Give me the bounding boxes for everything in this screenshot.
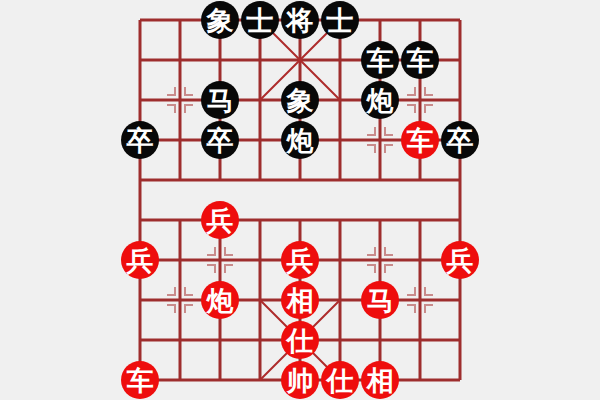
black-horse[interactable]: 马 [201, 81, 239, 119]
black-general[interactable]: 将 [281, 1, 319, 39]
red-advisor[interactable]: 仕 [281, 321, 319, 359]
red-cannon[interactable]: 炮 [201, 281, 239, 319]
red-advisor[interactable]: 仕 [321, 361, 359, 399]
black-chariot[interactable]: 车 [361, 41, 399, 79]
red-pawn[interactable]: 兵 [201, 201, 239, 239]
red-chariot[interactable]: 车 [401, 121, 439, 159]
red-horse[interactable]: 马 [361, 281, 399, 319]
red-elephant[interactable]: 相 [281, 281, 319, 319]
red-elephant[interactable]: 相 [361, 361, 399, 399]
black-pawn[interactable]: 卒 [121, 121, 159, 159]
red-chariot[interactable]: 车 [121, 361, 159, 399]
black-cannon[interactable]: 炮 [361, 81, 399, 119]
piece-layer: 象士将士车车马象炮卒卒炮车卒兵兵兵兵炮相马仕车帅仕相 [120, 0, 480, 400]
red-general[interactable]: 帅 [281, 361, 319, 399]
black-elephant[interactable]: 象 [281, 81, 319, 119]
black-chariot[interactable]: 车 [401, 41, 439, 79]
black-pawn[interactable]: 卒 [441, 121, 479, 159]
black-advisor[interactable]: 士 [321, 1, 359, 39]
red-pawn[interactable]: 兵 [121, 241, 159, 279]
red-pawn[interactable]: 兵 [281, 241, 319, 279]
xiangqi-board: 象士将士车车马象炮卒卒炮车卒兵兵兵兵炮相马仕车帅仕相 [0, 0, 600, 400]
black-pawn[interactable]: 卒 [201, 121, 239, 159]
black-elephant[interactable]: 象 [201, 1, 239, 39]
red-pawn[interactable]: 兵 [441, 241, 479, 279]
black-cannon[interactable]: 炮 [281, 121, 319, 159]
black-advisor[interactable]: 士 [241, 1, 279, 39]
